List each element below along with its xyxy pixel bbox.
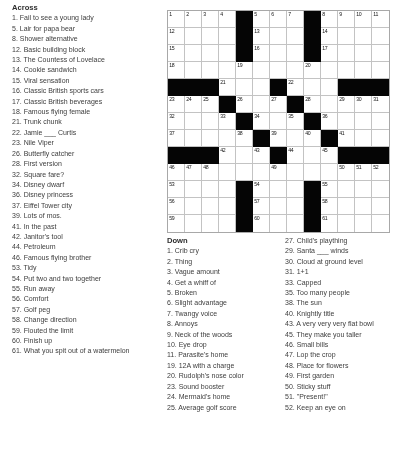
cell-number: 25 <box>203 97 208 102</box>
grid-cell[interactable] <box>355 45 372 62</box>
across-clue-8: 8. Shower alternative <box>12 34 167 44</box>
across-clue-17: 17. Classic British beverages <box>12 97 167 107</box>
grid-cell[interactable] <box>304 164 321 181</box>
grid-cell[interactable] <box>372 130 389 147</box>
down-clue-1: 1. Crib cry <box>167 246 283 256</box>
across-clue-57: 57. Golf peg <box>12 305 167 315</box>
down-clue-23: 23. Sound booster <box>167 382 283 392</box>
down-clue-46: 46. Small bills <box>285 340 399 350</box>
cell-number: 43 <box>254 148 259 153</box>
crossword-grid: 1234567891011121314151617181920212223242… <box>167 10 390 233</box>
across-header: Across <box>12 3 167 13</box>
down-clue-10: 10. Eye drop <box>167 340 283 350</box>
grid-cell[interactable]: 61 <box>321 215 338 232</box>
cell-number: 6 <box>271 12 274 17</box>
grid-cell[interactable] <box>321 79 338 96</box>
cell-number: 34 <box>254 114 259 119</box>
down-clues-panel-col1: Down 1. Crib cry2. Thing3. Vague amount4… <box>167 236 283 413</box>
cell-number: 10 <box>356 12 361 17</box>
grid-cell[interactable]: 42 <box>219 147 236 164</box>
grid-cell[interactable]: 32 <box>168 113 185 130</box>
black-cell <box>236 113 253 130</box>
cell-number: 58 <box>322 199 327 204</box>
grid-cell[interactable]: 60 <box>253 215 270 232</box>
down-clue-51: 51. "Present!" <box>285 392 399 402</box>
grid-cell[interactable]: 41 <box>338 130 355 147</box>
across-clues-panel: Across 1. Fail to see a young lady5. Lai… <box>12 3 167 357</box>
down-clue-27: 27. Child's plaything <box>285 236 399 246</box>
grid-cell[interactable] <box>202 198 219 215</box>
grid-cell[interactable]: 30 <box>355 96 372 113</box>
grid-cell[interactable] <box>236 147 253 164</box>
grid-cell[interactable]: 40 <box>304 130 321 147</box>
grid-cell[interactable]: 54 <box>253 181 270 198</box>
grid-cell[interactable]: 10 <box>355 11 372 28</box>
down-clue-29: 29. Santa ___ winds <box>285 246 399 256</box>
cell-number: 48 <box>203 165 208 170</box>
across-clue-15: 15. Viral sensation <box>12 76 167 86</box>
black-cell <box>355 79 372 96</box>
across-clue-58: 58. Change direction <box>12 315 167 325</box>
cell-number: 42 <box>220 148 225 153</box>
across-clue-1: 1. Fail to see a young lady <box>12 13 167 23</box>
cell-number: 9 <box>339 12 342 17</box>
grid-cell[interactable] <box>287 130 304 147</box>
grid-cell[interactable] <box>372 62 389 79</box>
grid-cell[interactable] <box>185 45 202 62</box>
grid-cell[interactable] <box>219 62 236 79</box>
cell-number: 56 <box>169 199 174 204</box>
grid-cell[interactable] <box>355 113 372 130</box>
grid-cell[interactable]: 2 <box>185 11 202 28</box>
cell-number: 12 <box>169 29 174 34</box>
across-clue-39: 39. Lots of mos. <box>12 211 167 221</box>
grid-cell[interactable] <box>202 215 219 232</box>
grid-cell[interactable] <box>321 62 338 79</box>
across-clue-53: 53. Tidy <box>12 263 167 273</box>
grid-cell[interactable] <box>202 113 219 130</box>
grid-cell[interactable] <box>202 130 219 147</box>
grid-cell[interactable] <box>287 62 304 79</box>
grid-cell[interactable] <box>219 45 236 62</box>
black-cell <box>253 130 270 147</box>
cell-number: 39 <box>271 131 276 136</box>
across-clue-12: 12. Basic building block <box>12 45 167 55</box>
cell-number: 50 <box>339 165 344 170</box>
down-clues-panel-col2: 27. Child's plaything29. Santa ___ winds… <box>285 236 399 413</box>
grid-cell[interactable] <box>270 215 287 232</box>
grid-cell[interactable]: 36 <box>321 113 338 130</box>
black-cell <box>355 147 372 164</box>
grid-cell[interactable]: 22 <box>287 79 304 96</box>
across-clue-59: 59. Flouted the limit <box>12 326 167 336</box>
grid-cell[interactable]: 38 <box>236 130 253 147</box>
down-clue-35: 35. Too many people <box>285 288 399 298</box>
grid-cell[interactable] <box>355 130 372 147</box>
grid-cell[interactable] <box>270 62 287 79</box>
grid-cell[interactable]: 1 <box>168 11 185 28</box>
grid-cell[interactable]: 21 <box>219 79 236 96</box>
grid-cell[interactable] <box>304 147 321 164</box>
grid-cell[interactable]: 47 <box>185 164 202 181</box>
grid-cell[interactable]: 51 <box>355 164 372 181</box>
grid-cell[interactable] <box>236 79 253 96</box>
grid-cell[interactable]: 49 <box>270 164 287 181</box>
across-clue-28: 28. First version <box>12 159 167 169</box>
grid-cell[interactable] <box>338 181 355 198</box>
down-clue-31: 31. 1+1 <box>285 267 399 277</box>
grid-cell[interactable]: 3 <box>202 11 219 28</box>
across-clue-18: 18. Famous flying female <box>12 107 167 117</box>
grid-cell[interactable] <box>287 164 304 181</box>
grid-cell[interactable] <box>219 198 236 215</box>
grid-cell[interactable] <box>355 181 372 198</box>
grid-cell[interactable] <box>253 62 270 79</box>
cell-number: 22 <box>288 80 293 85</box>
black-cell <box>338 79 355 96</box>
across-clue-61: 61. What you spit out of a watermelon <box>12 346 167 356</box>
cell-number: 40 <box>305 131 310 136</box>
grid-cell[interactable] <box>219 28 236 45</box>
down-clue-19: 19. 12A with a charge <box>167 361 283 371</box>
grid-cell[interactable] <box>253 79 270 96</box>
cell-number: 28 <box>305 97 310 102</box>
cell-number: 20 <box>305 63 310 68</box>
grid-cell[interactable]: 12 <box>168 28 185 45</box>
across-clue-55: 55. Run away <box>12 284 167 294</box>
grid-cell[interactable] <box>372 113 389 130</box>
grid-cell[interactable]: 24 <box>185 96 202 113</box>
black-cell <box>304 28 321 45</box>
down-clue-4: 4. Get a whiff of <box>167 278 283 288</box>
cell-number: 4 <box>220 12 223 17</box>
grid-cell[interactable] <box>372 181 389 198</box>
cell-number: 47 <box>186 165 191 170</box>
black-cell <box>304 11 321 28</box>
black-cell <box>168 79 185 96</box>
cell-number: 44 <box>288 148 293 153</box>
grid-cell[interactable]: 57 <box>253 198 270 215</box>
grid-cell[interactable] <box>219 130 236 147</box>
across-clue-23: 23. Nile Viper <box>12 138 167 148</box>
grid-cell[interactable]: 9 <box>338 11 355 28</box>
grid-cell[interactable]: 20 <box>304 62 321 79</box>
across-clue-5: 5. Lair for papa bear <box>12 24 167 34</box>
grid-cell[interactable]: 16 <box>253 45 270 62</box>
down-clue-30: 30. Cloud at ground level <box>285 257 399 267</box>
cell-number: 55 <box>322 182 327 187</box>
cell-number: 15 <box>169 46 174 51</box>
down-header: Down <box>167 236 283 246</box>
cell-number: 27 <box>271 97 276 102</box>
across-clue-36: 36. Disney princess <box>12 190 167 200</box>
black-cell <box>168 147 185 164</box>
grid-cell[interactable] <box>287 215 304 232</box>
black-cell <box>372 147 389 164</box>
cell-number: 5 <box>254 12 257 17</box>
down-clue-20: 20. Rudolph's nose color <box>167 371 283 381</box>
black-cell <box>304 198 321 215</box>
grid-cell[interactable]: 50 <box>338 164 355 181</box>
grid-cell[interactable] <box>338 198 355 215</box>
grid-cell[interactable] <box>321 164 338 181</box>
down-clue-25: 25. Average golf score <box>167 403 283 413</box>
cell-number: 38 <box>237 131 242 136</box>
down-clue-40: 40. Knightly title <box>285 309 399 319</box>
grid-cell[interactable]: 19 <box>236 62 253 79</box>
down-clue-11: 11. Parasite's home <box>167 350 283 360</box>
cell-number: 35 <box>288 114 293 119</box>
grid-cell[interactable]: 37 <box>168 130 185 147</box>
down-clue-48: 48. Place for flowers <box>285 361 399 371</box>
black-cell <box>270 147 287 164</box>
grid-cell[interactable] <box>185 215 202 232</box>
cell-number: 21 <box>220 80 225 85</box>
cell-number: 60 <box>254 216 259 221</box>
down-clue-9: 9. Neck of the woods <box>167 330 283 340</box>
across-clue-32: 32. Square fare? <box>12 170 167 180</box>
cell-number: 11 <box>373 12 378 17</box>
grid-cell[interactable]: 7 <box>287 11 304 28</box>
down-clue-2: 2. Thing <box>167 257 283 267</box>
cell-number: 14 <box>322 29 327 34</box>
down-clue-38: 38. The sun <box>285 298 399 308</box>
grid-cell[interactable]: 18 <box>168 62 185 79</box>
grid-cell[interactable] <box>185 181 202 198</box>
grid-cell[interactable] <box>236 164 253 181</box>
black-cell <box>185 79 202 96</box>
grid-cell[interactable] <box>219 164 236 181</box>
grid-cell[interactable]: 48 <box>202 164 219 181</box>
grid-cell[interactable] <box>270 198 287 215</box>
across-clue-34: 34. Disney dwarf <box>12 180 167 190</box>
grid-cell[interactable] <box>338 28 355 45</box>
grid-cell[interactable] <box>185 62 202 79</box>
grid-cell[interactable]: 28 <box>304 96 321 113</box>
cell-number: 49 <box>271 165 276 170</box>
grid-cell[interactable]: 44 <box>287 147 304 164</box>
across-clue-37: 37. Eiffel Tower city <box>12 201 167 211</box>
grid-cell[interactable] <box>372 215 389 232</box>
black-cell <box>338 147 355 164</box>
grid-cell[interactable]: 35 <box>287 113 304 130</box>
grid-cell[interactable]: 14 <box>321 28 338 45</box>
cell-number: 41 <box>339 131 344 136</box>
across-clue-16: 16. Classic British sports cars <box>12 86 167 96</box>
grid-cell[interactable] <box>219 215 236 232</box>
grid-cell[interactable] <box>253 96 270 113</box>
cell-number: 1 <box>169 12 172 17</box>
down-clue-43: 43. A very very very flat bowl <box>285 319 399 329</box>
grid-cell[interactable]: 59 <box>168 215 185 232</box>
across-clue-42: 42. Janitor's tool <box>12 232 167 242</box>
grid-cell[interactable] <box>338 62 355 79</box>
cell-number: 30 <box>356 97 361 102</box>
cell-number: 54 <box>254 182 259 187</box>
grid-cell[interactable] <box>270 181 287 198</box>
cell-number: 33 <box>220 114 225 119</box>
grid-cell[interactable]: 6 <box>270 11 287 28</box>
cell-number: 36 <box>322 114 327 119</box>
grid-cell[interactable] <box>304 79 321 96</box>
grid-cell[interactable]: 46 <box>168 164 185 181</box>
grid-cell[interactable] <box>202 45 219 62</box>
down-clue-3: 3. Vague amount <box>167 267 283 277</box>
down-clue-7: 7. Twangy voice <box>167 309 283 319</box>
grid-cell[interactable] <box>270 28 287 45</box>
black-cell <box>202 79 219 96</box>
black-cell <box>236 45 253 62</box>
grid-cell[interactable] <box>355 215 372 232</box>
down-clue-6: 6. Slight advantage <box>167 298 283 308</box>
down-clue-49: 49. First garden <box>285 371 399 381</box>
grid-cell[interactable] <box>202 62 219 79</box>
grid-cell[interactable] <box>185 113 202 130</box>
grid-cell[interactable] <box>202 181 219 198</box>
black-cell <box>372 79 389 96</box>
across-clue-13: 13. The Countess of Lovelace <box>12 55 167 65</box>
across-clue-22: 22. Jamie ___ Curtis <box>12 128 167 138</box>
down-clue-47: 47. Lop the crop <box>285 350 399 360</box>
cell-number: 24 <box>186 97 191 102</box>
cell-number: 18 <box>169 63 174 68</box>
grid-cell[interactable]: 17 <box>321 45 338 62</box>
grid-cell[interactable]: 31 <box>372 96 389 113</box>
black-cell <box>304 181 321 198</box>
cell-number: 37 <box>169 131 174 136</box>
across-clue-44: 44. Petroleum <box>12 242 167 252</box>
grid-cell[interactable] <box>270 45 287 62</box>
cell-number: 61 <box>322 216 327 221</box>
down-clue-50: 50. Sticky stuff <box>285 382 399 392</box>
cell-number: 13 <box>254 29 259 34</box>
across-clue-14: 14. Cookie sandwich <box>12 65 167 75</box>
black-cell <box>304 113 321 130</box>
across-clue-21: 21. Trunk chunk <box>12 117 167 127</box>
black-cell <box>270 79 287 96</box>
cell-number: 52 <box>373 165 378 170</box>
cell-number: 23 <box>169 97 174 102</box>
grid-cell[interactable] <box>355 28 372 45</box>
cell-number: 32 <box>169 114 174 119</box>
grid-cell[interactable]: 33 <box>219 113 236 130</box>
down-clue-5: 5. Broken <box>167 288 283 298</box>
black-cell <box>321 130 338 147</box>
cell-number: 7 <box>288 12 291 17</box>
cell-number: 8 <box>322 12 325 17</box>
grid-cell[interactable]: 34 <box>253 113 270 130</box>
grid-cell[interactable]: 26 <box>236 96 253 113</box>
grid-cell[interactable]: 5 <box>253 11 270 28</box>
across-clue-41: 41. In the past <box>12 222 167 232</box>
down-clue-24: 24. Mermaid's home <box>167 392 283 402</box>
cell-number: 29 <box>339 97 344 102</box>
grid-cell[interactable]: 27 <box>270 96 287 113</box>
black-cell <box>236 198 253 215</box>
cell-number: 16 <box>254 46 259 51</box>
grid-cell[interactable] <box>270 113 287 130</box>
grid-cell[interactable]: 56 <box>168 198 185 215</box>
across-clue-54: 54. Put two and two together <box>12 274 167 284</box>
cell-number: 3 <box>203 12 206 17</box>
down-clue-33: 33. Capped <box>285 278 399 288</box>
across-clue-56: 56. Comfort <box>12 294 167 304</box>
cell-number: 46 <box>169 165 174 170</box>
cell-number: 53 <box>169 182 174 187</box>
cell-number: 59 <box>169 216 174 221</box>
grid-cell[interactable] <box>372 198 389 215</box>
across-clue-60: 60. Finish up <box>12 336 167 346</box>
grid-cell[interactable] <box>287 28 304 45</box>
grid-cell[interactable] <box>219 181 236 198</box>
grid-cell[interactable] <box>185 198 202 215</box>
cell-number: 51 <box>356 165 361 170</box>
black-cell <box>202 147 219 164</box>
grid-cell[interactable] <box>355 62 372 79</box>
grid-cell[interactable]: 43 <box>253 147 270 164</box>
cell-number: 57 <box>254 199 259 204</box>
black-cell <box>185 147 202 164</box>
black-cell <box>236 215 253 232</box>
down-clue-8: 8. Annoys <box>167 319 283 329</box>
grid-cell[interactable] <box>253 164 270 181</box>
black-cell <box>236 181 253 198</box>
across-clue-26: 26. Butterfly catcher <box>12 149 167 159</box>
grid-cell[interactable]: 11 <box>372 11 389 28</box>
cell-number: 2 <box>186 12 189 17</box>
grid-cell[interactable]: 15 <box>168 45 185 62</box>
grid-cell[interactable]: 8 <box>321 11 338 28</box>
grid-cell[interactable] <box>185 28 202 45</box>
grid-cell[interactable]: 23 <box>168 96 185 113</box>
grid-cell[interactable]: 25 <box>202 96 219 113</box>
down-clue-52: 52. Keep an eye on <box>285 403 399 413</box>
black-cell <box>236 28 253 45</box>
grid-cell[interactable]: 13 <box>253 28 270 45</box>
grid-cell[interactable] <box>338 215 355 232</box>
grid-cell[interactable]: 39 <box>270 130 287 147</box>
cell-number: 26 <box>237 97 242 102</box>
across-clue-46: 46. Famous flying brother <box>12 253 167 263</box>
grid-cell[interactable] <box>202 28 219 45</box>
grid-cell[interactable] <box>338 113 355 130</box>
cell-number: 31 <box>373 97 378 102</box>
grid-cell[interactable] <box>372 28 389 45</box>
cell-number: 19 <box>237 63 242 68</box>
grid-cell[interactable]: 55 <box>321 181 338 198</box>
black-cell <box>219 96 236 113</box>
grid-cell[interactable]: 53 <box>168 181 185 198</box>
grid-cell[interactable] <box>185 130 202 147</box>
black-cell <box>287 96 304 113</box>
grid-cell[interactable] <box>355 198 372 215</box>
grid-cell[interactable] <box>287 45 304 62</box>
grid-cell[interactable] <box>287 181 304 198</box>
grid-cell[interactable]: 52 <box>372 164 389 181</box>
grid-cell[interactable]: 29 <box>338 96 355 113</box>
cell-number: 45 <box>322 148 327 153</box>
grid-cell[interactable] <box>287 198 304 215</box>
black-cell <box>236 11 253 28</box>
grid-cell[interactable] <box>372 45 389 62</box>
grid-cell[interactable]: 45 <box>321 147 338 164</box>
grid-cell[interactable]: 58 <box>321 198 338 215</box>
grid-cell[interactable]: 4 <box>219 11 236 28</box>
cell-number: 17 <box>322 46 327 51</box>
grid-cell[interactable] <box>338 45 355 62</box>
grid-cell[interactable] <box>321 96 338 113</box>
black-cell <box>304 45 321 62</box>
